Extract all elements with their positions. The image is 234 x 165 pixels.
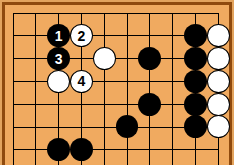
point-r3c5[interactable] [93, 47, 116, 70]
black-stone [184, 115, 207, 138]
point-r5c3[interactable] [47, 93, 70, 116]
black-stone [184, 47, 207, 70]
point-r5c8[interactable] [161, 93, 184, 116]
point-r1c10[interactable] [207, 2, 230, 25]
point-r2c2[interactable] [24, 24, 47, 47]
point-r7c9[interactable] [184, 138, 207, 161]
point-r3c8[interactable] [161, 47, 184, 70]
point-r4c5[interactable] [93, 70, 116, 93]
point-r6c6[interactable] [116, 116, 139, 139]
point-r7c3[interactable] [47, 138, 70, 161]
point-r5c7[interactable] [138, 93, 161, 116]
point-r3c7[interactable] [138, 47, 161, 70]
black-stone [184, 70, 207, 93]
white-stone [207, 47, 230, 70]
point-r4c6[interactable] [116, 70, 139, 93]
point-r5c6[interactable] [116, 93, 139, 116]
point-r5c9[interactable] [184, 93, 207, 116]
point-r2c4[interactable]: 2 [70, 24, 93, 47]
point-r1c5[interactable] [93, 2, 116, 25]
white-stone [207, 70, 230, 93]
point-r2c1[interactable] [2, 24, 25, 47]
point-r2c3[interactable]: 1 [47, 24, 70, 47]
point-r5c4[interactable] [70, 93, 93, 116]
point-r1c2[interactable] [24, 2, 47, 25]
board-grid: 1234 [2, 2, 230, 162]
point-r6c10[interactable] [207, 116, 230, 139]
point-r7c10[interactable] [207, 138, 230, 161]
point-r7c7[interactable] [138, 138, 161, 161]
point-r3c2[interactable] [24, 47, 47, 70]
point-r2c6[interactable] [116, 24, 139, 47]
point-r2c10[interactable] [207, 24, 230, 47]
black-stone [138, 93, 161, 116]
point-r4c4[interactable]: 4 [70, 70, 93, 93]
black-stone [116, 115, 139, 138]
point-r4c2[interactable] [24, 70, 47, 93]
point-r6c7[interactable] [138, 116, 161, 139]
point-r2c7[interactable] [138, 24, 161, 47]
point-r1c7[interactable] [138, 2, 161, 25]
point-r7c4[interactable] [70, 138, 93, 161]
point-r1c9[interactable] [184, 2, 207, 25]
black-stone: 1 [47, 24, 70, 47]
point-r5c5[interactable] [93, 93, 116, 116]
point-r3c4[interactable] [70, 47, 93, 70]
point-r7c6[interactable] [116, 138, 139, 161]
point-r6c5[interactable] [93, 116, 116, 139]
point-r5c10[interactable] [207, 93, 230, 116]
point-r1c3[interactable] [47, 2, 70, 25]
point-r4c8[interactable] [161, 70, 184, 93]
point-r2c5[interactable] [93, 24, 116, 47]
point-r2c8[interactable] [161, 24, 184, 47]
point-r6c8[interactable] [161, 116, 184, 139]
white-stone [207, 115, 230, 138]
black-stone [138, 47, 161, 70]
black-stone [47, 138, 70, 161]
point-r3c10[interactable] [207, 47, 230, 70]
point-r1c6[interactable] [116, 2, 139, 25]
point-r6c2[interactable] [24, 116, 47, 139]
black-stone [70, 138, 93, 161]
point-r7c1[interactable] [2, 138, 25, 161]
point-r2c9[interactable] [184, 24, 207, 47]
white-stone: 4 [70, 70, 93, 93]
point-r3c1[interactable] [2, 47, 25, 70]
point-r7c8[interactable] [161, 138, 184, 161]
point-r1c1[interactable] [2, 2, 25, 25]
white-stone [207, 93, 230, 116]
point-r7c2[interactable] [24, 138, 47, 161]
point-r4c10[interactable] [207, 70, 230, 93]
black-stone: 3 [47, 47, 70, 70]
point-r4c3[interactable] [47, 70, 70, 93]
white-stone [207, 24, 230, 47]
point-r3c9[interactable] [184, 47, 207, 70]
point-r4c7[interactable] [138, 70, 161, 93]
point-r3c6[interactable] [116, 47, 139, 70]
point-r6c1[interactable] [2, 116, 25, 139]
point-r6c3[interactable] [47, 116, 70, 139]
black-stone [184, 93, 207, 116]
point-r1c4[interactable] [70, 2, 93, 25]
go-board: 1234 [0, 0, 234, 165]
point-r4c9[interactable] [184, 70, 207, 93]
white-stone [93, 47, 116, 70]
black-stone [184, 24, 207, 47]
point-r5c1[interactable] [2, 93, 25, 116]
point-r6c4[interactable] [70, 116, 93, 139]
point-r6c9[interactable] [184, 116, 207, 139]
point-r1c8[interactable] [161, 2, 184, 25]
point-r5c2[interactable] [24, 93, 47, 116]
point-r4c1[interactable] [2, 70, 25, 93]
point-r3c3[interactable]: 3 [47, 47, 70, 70]
white-stone: 2 [70, 24, 93, 47]
point-r7c5[interactable] [93, 138, 116, 161]
white-stone [47, 70, 70, 93]
